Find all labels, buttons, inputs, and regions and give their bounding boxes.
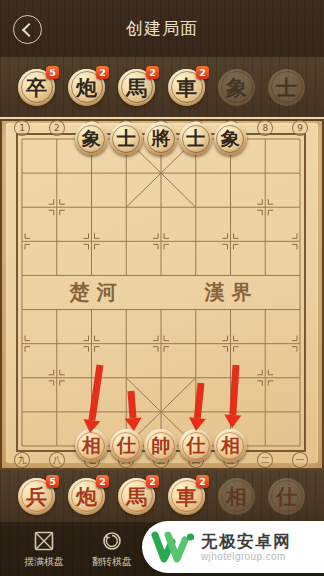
watermark-brand: 无极安卓网 — [201, 532, 291, 551]
board-point[interactable] — [5, 327, 40, 361]
board-point[interactable] — [213, 224, 248, 258]
board-point[interactable] — [74, 156, 109, 190]
board-point[interactable]: 相 — [74, 429, 109, 463]
chevron-left-icon — [22, 22, 36, 36]
board-point[interactable] — [283, 361, 318, 395]
piece-char: 相 — [221, 436, 240, 455]
piece-char: 帥 — [151, 436, 170, 455]
piece-char: 兵 — [26, 486, 47, 507]
board-point[interactable] — [213, 292, 248, 326]
board-point[interactable] — [144, 327, 179, 361]
board-point[interactable]: 仕 — [109, 429, 144, 463]
board-point[interactable]: 士 — [109, 122, 144, 156]
red-piece-tray: 兵5炮2馬2車2相仕 — [0, 470, 324, 522]
board-point[interactable] — [5, 429, 40, 463]
xiangqi-piece-black[interactable]: 士 — [179, 122, 212, 155]
flip-board-icon — [102, 531, 122, 551]
screen: 创建局面 卒5炮2馬2車2象士 123456789九八七六五四三二一 楚河 漢界… — [0, 0, 324, 576]
board-point[interactable] — [283, 292, 318, 326]
board-point[interactable] — [74, 292, 109, 326]
fill-board-icon — [34, 531, 54, 551]
board-point[interactable] — [144, 224, 179, 258]
board-point[interactable]: 帥 — [144, 429, 179, 463]
board-point[interactable] — [283, 327, 318, 361]
board-point[interactable] — [248, 258, 283, 292]
board-point[interactable] — [283, 122, 318, 156]
tray-piece-black[interactable]: 卒5 — [18, 69, 55, 106]
tray-piece-black[interactable]: 馬2 — [118, 69, 155, 106]
board-point[interactable] — [5, 122, 40, 156]
board-point[interactable] — [109, 190, 144, 224]
board-point[interactable] — [109, 258, 144, 292]
xiangqi-piece-black[interactable]: 象 — [75, 122, 108, 155]
board-point[interactable] — [213, 190, 248, 224]
toolbar-item-label: 摆满棋盘 — [24, 555, 64, 569]
piece-char: 士 — [276, 77, 297, 98]
board-point[interactable] — [144, 190, 179, 224]
board-point[interactable] — [248, 292, 283, 326]
piece-count-badge: 2 — [146, 475, 159, 488]
board-point[interactable] — [248, 190, 283, 224]
piece-count-badge: 2 — [196, 475, 209, 488]
board-point[interactable] — [74, 258, 109, 292]
tray-piece-red[interactable]: 相 — [218, 478, 255, 515]
piece-char: 炮 — [76, 486, 97, 507]
board-point[interactable] — [213, 156, 248, 190]
toolbar-item-flip-board[interactable]: 翻转棋盘 — [84, 531, 140, 569]
board-point[interactable] — [248, 327, 283, 361]
board-point[interactable] — [248, 361, 283, 395]
board: 123456789九八七六五四三二一 楚河 漢界 象士將士象相仕帥仕相 — [0, 117, 324, 470]
piece-char: 馬 — [126, 77, 147, 98]
board-point[interactable] — [74, 327, 109, 361]
board-point[interactable] — [178, 292, 213, 326]
board-point[interactable] — [39, 122, 74, 156]
board-point[interactable] — [39, 361, 74, 395]
watermark-domain: wjhotelgroup.com — [201, 551, 291, 563]
piece-char: 象 — [226, 77, 247, 98]
piece-count-badge: 5 — [46, 475, 59, 488]
board-point[interactable] — [283, 156, 318, 190]
board-point[interactable] — [178, 395, 213, 429]
board-point[interactable] — [39, 156, 74, 190]
board-point[interactable] — [213, 361, 248, 395]
board-point[interactable] — [39, 429, 74, 463]
board-point[interactable] — [213, 395, 248, 429]
board-point[interactable] — [39, 292, 74, 326]
board-point[interactable] — [39, 258, 74, 292]
board-point[interactable] — [213, 258, 248, 292]
board-point[interactable] — [74, 190, 109, 224]
xiangqi-piece-red[interactable]: 相 — [75, 429, 108, 462]
board-point[interactable] — [74, 224, 109, 258]
piece-count-badge: 2 — [96, 66, 109, 79]
board-point[interactable] — [248, 224, 283, 258]
board-point[interactable]: 象 — [74, 122, 109, 156]
toolbar-item-fill-board[interactable]: 摆满棋盘 — [16, 531, 72, 569]
board-point[interactable] — [283, 429, 318, 463]
board-point[interactable] — [178, 258, 213, 292]
piece-char: 仕 — [186, 436, 205, 455]
tray-piece-black[interactable]: 士 — [268, 69, 305, 106]
piece-count-badge: 2 — [146, 66, 159, 79]
back-button[interactable] — [13, 15, 42, 44]
board-point[interactable] — [74, 361, 109, 395]
board-point[interactable] — [178, 190, 213, 224]
piece-count-badge: 2 — [96, 475, 109, 488]
board-point[interactable]: 士 — [178, 122, 213, 156]
board-point[interactable] — [5, 395, 40, 429]
board-point[interactable] — [39, 190, 74, 224]
board-grid: 象士將士象相仕帥仕相 — [5, 122, 318, 463]
piece-count-badge: 5 — [46, 66, 59, 79]
piece-char: 相 — [226, 486, 247, 507]
piece-char: 車 — [176, 77, 197, 98]
board-point[interactable]: 象 — [213, 122, 248, 156]
xiangqi-piece-red[interactable]: 仕 — [179, 429, 212, 462]
piece-char: 炮 — [76, 77, 97, 98]
black-piece-tray: 卒5炮2馬2車2象士 — [0, 57, 324, 117]
xiangqi-piece-red[interactable]: 相 — [214, 429, 247, 462]
board-point[interactable] — [109, 327, 144, 361]
board-point[interactable] — [248, 395, 283, 429]
board-point[interactable] — [283, 190, 318, 224]
toolbar-item-label: 翻转棋盘 — [92, 555, 132, 569]
board-point[interactable] — [5, 361, 40, 395]
piece-char: 車 — [176, 486, 197, 507]
w-logo-icon — [151, 530, 195, 564]
board-point[interactable] — [109, 292, 144, 326]
board-point[interactable] — [39, 395, 74, 429]
board-point[interactable]: 相 — [213, 429, 248, 463]
piece-char: 士 — [186, 129, 205, 148]
board-point[interactable] — [144, 258, 179, 292]
board-point[interactable] — [248, 156, 283, 190]
board-point[interactable] — [74, 395, 109, 429]
board-point[interactable] — [248, 429, 283, 463]
xiangqi-piece-black[interactable]: 象 — [214, 122, 247, 155]
board-point[interactable]: 仕 — [178, 429, 213, 463]
tray-piece-black[interactable]: 炮2 — [68, 69, 105, 106]
tray-piece-red[interactable]: 仕 — [268, 478, 305, 515]
board-point[interactable] — [248, 122, 283, 156]
board-point[interactable] — [109, 156, 144, 190]
board-point[interactable] — [5, 190, 40, 224]
piece-char: 象 — [221, 129, 240, 148]
board-point[interactable] — [39, 224, 74, 258]
board-point[interactable] — [5, 156, 40, 190]
piece-char: 馬 — [126, 486, 147, 507]
piece-char: 象 — [82, 129, 101, 148]
piece-char: 仕 — [117, 436, 136, 455]
board-point[interactable] — [283, 395, 318, 429]
board-point[interactable] — [144, 395, 179, 429]
board-point[interactable] — [109, 224, 144, 258]
board-point[interactable] — [109, 395, 144, 429]
piece-char: 卒 — [26, 77, 47, 98]
piece-char: 士 — [117, 129, 136, 148]
header-bar: 创建局面 — [0, 0, 324, 57]
tray-piece-black[interactable]: 象 — [218, 69, 255, 106]
board-point[interactable] — [283, 258, 318, 292]
board-point[interactable] — [5, 292, 40, 326]
xiangqi-piece-black[interactable]: 將 — [144, 122, 177, 155]
piece-char: 仕 — [276, 486, 297, 507]
piece-char: 相 — [82, 436, 101, 455]
piece-count-badge: 2 — [196, 66, 209, 79]
board-point[interactable] — [283, 224, 318, 258]
tray-piece-black[interactable]: 車2 — [168, 69, 205, 106]
board-point[interactable] — [109, 361, 144, 395]
board-point[interactable] — [213, 327, 248, 361]
board-point[interactable] — [39, 327, 74, 361]
page-title: 创建局面 — [126, 17, 198, 40]
board-point[interactable] — [144, 156, 179, 190]
board-point[interactable]: 將 — [144, 122, 179, 156]
tray-piece-red[interactable]: 炮2 — [68, 478, 105, 515]
xiangqi-piece-red[interactable]: 帥 — [144, 429, 177, 462]
board-point[interactable] — [144, 292, 179, 326]
board-point[interactable] — [178, 224, 213, 258]
board-point[interactable] — [144, 361, 179, 395]
tray-piece-red[interactable]: 兵5 — [18, 478, 55, 515]
board-point[interactable] — [5, 224, 40, 258]
tray-piece-red[interactable]: 車2 — [168, 478, 205, 515]
board-point[interactable] — [178, 327, 213, 361]
watermark: 无极安卓网 wjhotelgroup.com — [142, 521, 324, 573]
xiangqi-piece-black[interactable]: 士 — [110, 122, 143, 155]
tray-piece-red[interactable]: 馬2 — [118, 478, 155, 515]
xiangqi-piece-red[interactable]: 仕 — [110, 429, 143, 462]
board-point[interactable] — [5, 258, 40, 292]
board-point[interactable] — [178, 361, 213, 395]
board-point[interactable] — [178, 156, 213, 190]
piece-char: 將 — [151, 129, 170, 148]
